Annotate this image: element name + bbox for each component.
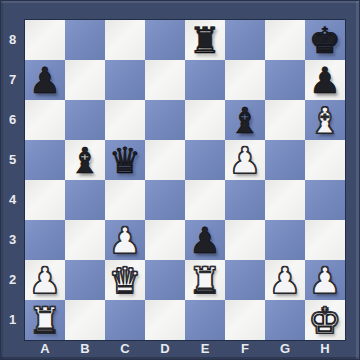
square-c3[interactable]: ♟	[105, 220, 145, 260]
white-pawn[interactable]: ♟	[25, 260, 65, 300]
square-e8[interactable]: ♜	[185, 20, 225, 60]
square-g6[interactable]	[265, 100, 305, 140]
chess-board: ♜♚♟♟♝♝♝♛♟♟♟♟♛♜♟♟♜♚	[25, 20, 345, 340]
square-c8[interactable]	[105, 20, 145, 60]
square-d8[interactable]	[145, 20, 185, 60]
white-pawn[interactable]: ♟	[225, 140, 265, 180]
square-b3[interactable]	[65, 220, 105, 260]
rank-label-6: 6	[0, 100, 25, 140]
square-c1[interactable]	[105, 300, 145, 340]
black-king[interactable]: ♚	[305, 20, 345, 60]
square-g3[interactable]	[265, 220, 305, 260]
square-c4[interactable]	[105, 180, 145, 220]
square-d6[interactable]	[145, 100, 185, 140]
rank-label-5: 5	[0, 140, 25, 180]
square-d5[interactable]	[145, 140, 185, 180]
square-a1[interactable]: ♜	[25, 300, 65, 340]
square-g4[interactable]	[265, 180, 305, 220]
rank-label-3: 3	[0, 220, 25, 260]
square-h3[interactable]	[305, 220, 345, 260]
file-label-a: A	[25, 340, 65, 358]
square-f7[interactable]	[225, 60, 265, 100]
square-f8[interactable]	[225, 20, 265, 60]
white-king[interactable]: ♚	[305, 300, 345, 340]
white-pawn[interactable]: ♟	[305, 260, 345, 300]
square-h4[interactable]	[305, 180, 345, 220]
rank-labels: 87654321	[0, 20, 25, 340]
square-f3[interactable]	[225, 220, 265, 260]
file-label-f: F	[225, 340, 265, 358]
square-h8[interactable]: ♚	[305, 20, 345, 60]
rank-label-2: 2	[0, 260, 25, 300]
square-a5[interactable]	[25, 140, 65, 180]
square-a7[interactable]: ♟	[25, 60, 65, 100]
square-b1[interactable]	[65, 300, 105, 340]
square-e7[interactable]	[185, 60, 225, 100]
square-h6[interactable]: ♝	[305, 100, 345, 140]
white-queen[interactable]: ♛	[105, 260, 145, 300]
chess-diagram-frame: 87654321 ♜♚♟♟♝♝♝♛♟♟♟♟♛♜♟♟♜♚ ABCDEFGH	[0, 0, 360, 360]
square-b2[interactable]	[65, 260, 105, 300]
square-a4[interactable]	[25, 180, 65, 220]
square-g7[interactable]	[265, 60, 305, 100]
file-label-d: D	[145, 340, 185, 358]
white-pawn[interactable]: ♟	[105, 220, 145, 260]
file-label-h: H	[305, 340, 345, 358]
square-g5[interactable]	[265, 140, 305, 180]
square-e3[interactable]: ♟	[185, 220, 225, 260]
square-g8[interactable]	[265, 20, 305, 60]
white-rook[interactable]: ♜	[185, 260, 225, 300]
white-rook[interactable]: ♜	[25, 300, 65, 340]
square-e4[interactable]	[185, 180, 225, 220]
square-c6[interactable]	[105, 100, 145, 140]
square-a2[interactable]: ♟	[25, 260, 65, 300]
square-c2[interactable]: ♛	[105, 260, 145, 300]
square-h7[interactable]: ♟	[305, 60, 345, 100]
square-d1[interactable]	[145, 300, 185, 340]
square-h2[interactable]: ♟	[305, 260, 345, 300]
file-label-c: C	[105, 340, 145, 358]
square-d3[interactable]	[145, 220, 185, 260]
black-pawn[interactable]: ♟	[25, 60, 65, 100]
rank-label-8: 8	[0, 20, 25, 60]
square-e1[interactable]	[185, 300, 225, 340]
square-f1[interactable]	[225, 300, 265, 340]
square-b5[interactable]: ♝	[65, 140, 105, 180]
square-c7[interactable]	[105, 60, 145, 100]
rank-label-1: 1	[0, 300, 25, 340]
square-a3[interactable]	[25, 220, 65, 260]
square-h1[interactable]: ♚	[305, 300, 345, 340]
black-pawn[interactable]: ♟	[305, 60, 345, 100]
square-e5[interactable]	[185, 140, 225, 180]
square-a6[interactable]	[25, 100, 65, 140]
square-b6[interactable]	[65, 100, 105, 140]
square-d2[interactable]	[145, 260, 185, 300]
black-rook[interactable]: ♜	[185, 20, 225, 60]
square-b8[interactable]	[65, 20, 105, 60]
file-label-e: E	[185, 340, 225, 358]
square-a8[interactable]	[25, 20, 65, 60]
file-label-g: G	[265, 340, 305, 358]
square-f5[interactable]: ♟	[225, 140, 265, 180]
black-bishop[interactable]: ♝	[225, 100, 265, 140]
file-labels: ABCDEFGH	[25, 340, 345, 360]
rank-label-7: 7	[0, 60, 25, 100]
file-label-b: B	[65, 340, 105, 358]
square-e6[interactable]	[185, 100, 225, 140]
square-f2[interactable]	[225, 260, 265, 300]
square-g2[interactable]: ♟	[265, 260, 305, 300]
black-queen[interactable]: ♛	[105, 140, 145, 180]
square-h5[interactable]	[305, 140, 345, 180]
square-d4[interactable]	[145, 180, 185, 220]
square-f6[interactable]: ♝	[225, 100, 265, 140]
rank-label-4: 4	[0, 180, 25, 220]
white-bishop[interactable]: ♝	[305, 100, 345, 140]
black-pawn[interactable]: ♟	[185, 220, 225, 260]
white-pawn[interactable]: ♟	[265, 260, 305, 300]
square-d7[interactable]	[145, 60, 185, 100]
square-c5[interactable]: ♛	[105, 140, 145, 180]
square-f4[interactable]	[225, 180, 265, 220]
black-bishop[interactable]: ♝	[65, 140, 105, 180]
square-b4[interactable]	[65, 180, 105, 220]
square-e2[interactable]: ♜	[185, 260, 225, 300]
square-g1[interactable]	[265, 300, 305, 340]
square-b7[interactable]	[65, 60, 105, 100]
